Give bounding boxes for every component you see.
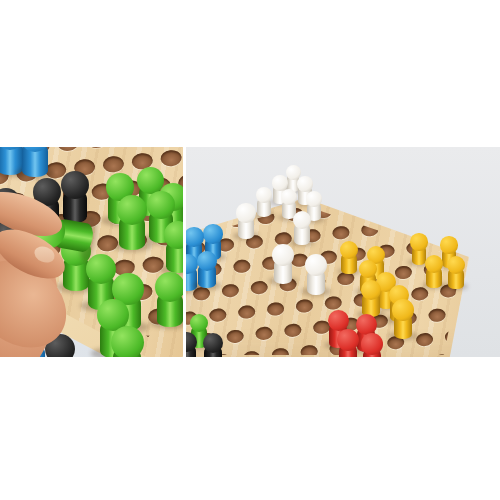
peg-hole <box>476 210 494 225</box>
peg-hole <box>490 348 500 357</box>
peg-hole <box>324 296 342 311</box>
peg-hole <box>250 280 268 295</box>
peg-hole <box>486 302 500 317</box>
peg-hole <box>418 216 436 231</box>
peg-hole <box>226 329 244 344</box>
peg-hole <box>160 149 183 167</box>
peg-hole <box>86 147 109 149</box>
peg-hole <box>430 192 448 207</box>
product-photo <box>0 0 500 500</box>
peg-hole <box>471 165 489 180</box>
peg-hole <box>327 180 345 195</box>
peg-yellow <box>447 256 465 290</box>
peg-white <box>236 203 255 239</box>
peg-white <box>293 211 312 246</box>
peg-black <box>203 333 223 357</box>
peg-green <box>155 272 183 329</box>
peg-hole <box>428 308 446 323</box>
peg-hole <box>457 305 475 320</box>
peg-hole <box>385 174 403 189</box>
photo-right-overhead <box>186 147 500 357</box>
peg-hole <box>233 259 251 274</box>
peg-blue <box>20 147 50 179</box>
peg-hole <box>238 305 256 320</box>
peg-hole <box>332 225 350 240</box>
peg-white <box>305 254 327 296</box>
peg-green <box>111 326 144 358</box>
peg-white <box>272 244 294 285</box>
peg-hole <box>459 189 477 204</box>
peg-hole <box>186 195 201 210</box>
peg-hole <box>209 308 227 323</box>
peg-yellow <box>340 241 358 275</box>
peg-hole <box>415 332 433 347</box>
peg-hole <box>447 213 465 228</box>
peg-hole <box>372 198 390 213</box>
peg-green <box>117 195 147 252</box>
peg-white <box>256 187 273 219</box>
peg-hole <box>442 168 460 183</box>
peg-blue <box>197 251 217 290</box>
photo-left-closeup <box>0 147 183 357</box>
peg-yellow <box>425 255 443 289</box>
peg-hole <box>414 171 432 186</box>
peg-hole <box>57 147 80 152</box>
peg-hole <box>394 265 412 280</box>
peg-hole <box>221 283 239 298</box>
peg-hole <box>492 232 500 247</box>
peg-red <box>337 329 359 357</box>
peg-hole <box>473 326 491 341</box>
peg-red <box>361 333 383 357</box>
peg-hole <box>481 256 499 271</box>
peg-hole <box>468 280 486 295</box>
peg-green <box>164 221 183 275</box>
peg-hole <box>284 323 302 338</box>
peg-hole <box>401 195 419 210</box>
peg-black <box>186 332 197 357</box>
peg-hole <box>212 192 230 207</box>
peg-hole <box>266 302 284 317</box>
peg-hole <box>488 186 500 201</box>
peg-hole <box>464 235 482 250</box>
peg-hole <box>255 326 273 341</box>
peg-yellow <box>392 299 414 340</box>
peg-hole <box>295 299 313 314</box>
peg-hole <box>102 155 125 173</box>
peg-hole <box>462 351 480 357</box>
peg-hole <box>356 177 374 192</box>
